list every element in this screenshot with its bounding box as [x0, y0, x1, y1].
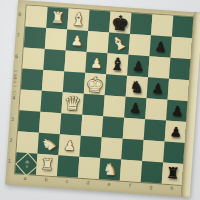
white-knight-piece[interactable]: ♞ [99, 158, 121, 180]
square-d8[interactable] [88, 10, 110, 32]
file-label-h: h [167, 185, 177, 192]
black-pawn-piece[interactable]: ♟ [127, 55, 149, 77]
rank-label-2: 2 [9, 137, 13, 147]
square-e5[interactable] [105, 74, 127, 96]
black-pawn-piece[interactable]: ♟ [166, 100, 188, 122]
file-label-b: b [41, 176, 51, 183]
square-g2[interactable] [142, 140, 164, 162]
square-e2[interactable] [100, 137, 122, 159]
rank-label-1: 1 [7, 158, 11, 168]
square-h2[interactable] [163, 142, 185, 164]
square-f1[interactable] [120, 160, 142, 182]
square-g6[interactable] [148, 56, 170, 78]
square-d3[interactable] [81, 115, 103, 137]
square-f2[interactable] [121, 139, 143, 161]
square-a4[interactable] [19, 89, 41, 111]
square-d1[interactable] [78, 157, 100, 179]
file-label-c: c [62, 178, 72, 185]
file-label-e: e [104, 180, 114, 187]
chess-board: abcdefgh 87654321 US CHESS ♜♝♟♝♟♚♛♞♟♜♞♚♟… [5, 0, 200, 197]
white-king-piece[interactable]: ♚ [84, 73, 106, 95]
white-bishop-piece[interactable]: ♝ [67, 9, 89, 31]
square-d4[interactable] [82, 94, 104, 116]
white-rook-piece[interactable]: ♜ [36, 154, 58, 176]
black-bishop-piece[interactable]: ♝ [106, 53, 128, 75]
square-e4[interactable] [103, 95, 125, 117]
square-g4[interactable] [145, 98, 167, 120]
square-c5[interactable] [63, 71, 85, 93]
square-f3[interactable] [123, 118, 145, 140]
black-pawn-piece[interactable]: ♟ [147, 77, 169, 99]
square-f8[interactable] [130, 13, 152, 35]
rank-label-7: 7 [16, 32, 20, 42]
white-rook-piece[interactable]: ♜ [46, 7, 68, 29]
rank-label-8: 8 [18, 11, 22, 21]
black-pawn-piece[interactable]: ♟ [124, 97, 146, 119]
black-rook-piece[interactable]: ♜ [162, 163, 184, 185]
square-h5[interactable] [168, 79, 190, 101]
square-a5[interactable] [21, 68, 43, 90]
square-a6[interactable] [22, 48, 44, 70]
square-d2[interactable] [79, 136, 101, 158]
square-a8[interactable] [25, 6, 47, 28]
white-pawn-piece[interactable]: ♟ [58, 134, 80, 156]
square-g3[interactable] [144, 119, 166, 141]
black-knight-piece[interactable]: ♞ [126, 76, 148, 98]
file-label-g: g [146, 183, 156, 190]
square-c3[interactable] [60, 113, 82, 135]
square-a3[interactable] [18, 110, 40, 132]
square-c6[interactable] [64, 50, 86, 72]
black-king-piece[interactable]: ♚ [109, 11, 131, 33]
white-pawn-piece[interactable]: ♟ [66, 29, 88, 51]
square-g1[interactable] [141, 161, 163, 183]
square-h8[interactable] [172, 16, 194, 38]
black-pawn-piece[interactable]: ♟ [150, 35, 172, 57]
square-b4[interactable] [40, 91, 62, 113]
square-b5[interactable] [42, 70, 64, 92]
square-h7[interactable] [170, 37, 192, 59]
square-g8[interactable] [151, 14, 173, 36]
square-e3[interactable] [102, 116, 124, 138]
square-a7[interactable] [24, 27, 46, 49]
file-label-d: d [83, 179, 93, 186]
square-b7[interactable] [45, 28, 67, 50]
file-label-f: f [125, 182, 135, 189]
white-queen-piece[interactable]: ♛ [61, 92, 83, 114]
square-h6[interactable] [169, 58, 191, 80]
square-b6[interactable] [43, 49, 65, 71]
white-pawn-piece[interactable]: ♟ [85, 52, 107, 74]
square-c1[interactable] [57, 155, 79, 177]
black-pawn-piece[interactable]: ♟ [165, 121, 187, 143]
board-logo-crowns: ♔♕ [25, 160, 30, 169]
